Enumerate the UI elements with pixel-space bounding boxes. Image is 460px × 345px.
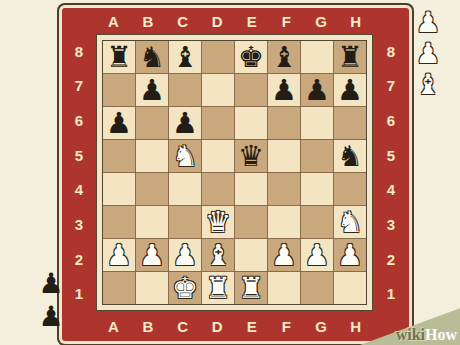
square-g4[interactable] <box>301 173 333 205</box>
piece-black-bishop[interactable]: ♝ <box>172 43 198 72</box>
square-h4[interactable] <box>334 173 366 205</box>
file-label-c: C <box>177 318 188 335</box>
captured-white-pieces-tray: ♟♟♝ <box>411 9 445 99</box>
square-h7[interactable]: ♟ <box>334 74 366 106</box>
square-f8[interactable]: ♝ <box>268 41 300 73</box>
square-e8[interactable]: ♚ <box>235 41 267 73</box>
rank-label-5: 5 <box>387 147 395 164</box>
piece-black-bishop[interactable]: ♝ <box>271 43 297 72</box>
square-e6[interactable] <box>235 107 267 139</box>
square-d5[interactable] <box>202 140 234 172</box>
rank-label-4: 4 <box>75 181 83 198</box>
square-g3[interactable] <box>301 206 333 238</box>
file-label-d: D <box>212 13 223 30</box>
square-a7[interactable] <box>103 74 135 106</box>
square-h5[interactable]: ♞ <box>334 140 366 172</box>
square-g1[interactable] <box>301 272 333 304</box>
piece-black-rook[interactable]: ♜ <box>106 43 132 72</box>
file-label-g: G <box>315 13 327 30</box>
rank-label-3: 3 <box>387 216 395 233</box>
piece-white-knight[interactable]: ♞ <box>172 142 198 171</box>
piece-black-pawn[interactable]: ♟ <box>139 76 165 105</box>
square-e4[interactable] <box>235 173 267 205</box>
square-c3[interactable] <box>169 206 201 238</box>
square-f2[interactable]: ♟ <box>268 239 300 271</box>
square-d1[interactable]: ♜ <box>202 272 234 304</box>
square-a5[interactable] <box>103 140 135 172</box>
square-g5[interactable] <box>301 140 333 172</box>
piece-black-knight[interactable]: ♞ <box>337 142 363 171</box>
square-c8[interactable]: ♝ <box>169 41 201 73</box>
piece-white-pawn[interactable]: ♟ <box>172 241 198 270</box>
square-f3[interactable] <box>268 206 300 238</box>
piece-white-bishop[interactable]: ♝ <box>205 241 231 270</box>
square-b5[interactable] <box>136 140 168 172</box>
wikihow-how-text: How <box>425 326 457 343</box>
piece-white-pawn[interactable]: ♟ <box>304 241 330 270</box>
captured-black-pawn: ♟ <box>38 303 63 331</box>
file-label-e: E <box>247 318 257 335</box>
piece-black-pawn[interactable]: ♟ <box>304 76 330 105</box>
captured-white-pawn: ♟ <box>415 9 440 37</box>
square-c6[interactable]: ♟ <box>169 107 201 139</box>
board-bevel: ♜♞♝♚♝♜♟♟♟♟♟♟♞♛♞♛♞♟♟♟♝♟♟♟♚♜♜ <box>96 34 373 311</box>
captured-black-pawn: ♟ <box>38 270 63 298</box>
square-h6[interactable] <box>334 107 366 139</box>
piece-black-queen[interactable]: ♛ <box>238 142 264 171</box>
square-e1[interactable]: ♜ <box>235 272 267 304</box>
piece-black-pawn[interactable]: ♟ <box>106 109 132 138</box>
file-labels-top: ABCDEFGH <box>96 8 373 34</box>
file-label-a: A <box>108 318 119 335</box>
square-d3[interactable]: ♛ <box>202 206 234 238</box>
wikihow-wiki-text: wiki <box>396 326 425 343</box>
square-c4[interactable] <box>169 173 201 205</box>
file-label-d: D <box>212 318 223 335</box>
square-a3[interactable] <box>103 206 135 238</box>
file-label-f: F <box>282 13 291 30</box>
square-a8[interactable]: ♜ <box>103 41 135 73</box>
board-frame: ABCDEFGH 87654321 ♜♞♝♚♝♜♟♟♟♟♟♟♞♛♞♛♞♟♟♟♝♟… <box>62 8 409 341</box>
square-g6[interactable] <box>301 107 333 139</box>
square-h3[interactable]: ♞ <box>334 206 366 238</box>
square-b1[interactable] <box>136 272 168 304</box>
file-label-a: A <box>108 13 119 30</box>
piece-black-pawn[interactable]: ♟ <box>337 76 363 105</box>
rank-labels-right: 87654321 <box>373 34 409 311</box>
piece-black-knight[interactable]: ♞ <box>139 43 165 72</box>
square-f7[interactable]: ♟ <box>268 74 300 106</box>
file-label-h: H <box>350 13 361 30</box>
piece-black-king[interactable]: ♚ <box>238 43 264 72</box>
square-c5[interactable]: ♞ <box>169 140 201 172</box>
file-label-b: B <box>143 318 154 335</box>
chess-diagram: ABCDEFGH 87654321 ♜♞♝♚♝♜♟♟♟♟♟♟♞♛♞♛♞♟♟♟♝♟… <box>0 0 460 345</box>
piece-white-king[interactable]: ♚ <box>172 274 198 303</box>
square-f4[interactable] <box>268 173 300 205</box>
square-d7[interactable] <box>202 74 234 106</box>
square-a4[interactable] <box>103 173 135 205</box>
rank-labels-left: 87654321 <box>62 34 96 311</box>
square-h8[interactable]: ♜ <box>334 41 366 73</box>
square-g7[interactable]: ♟ <box>301 74 333 106</box>
rank-label-3: 3 <box>75 216 83 233</box>
rank-label-4: 4 <box>387 181 395 198</box>
rank-label-8: 8 <box>387 43 395 60</box>
piece-white-pawn[interactable]: ♟ <box>106 241 132 270</box>
square-d6[interactable] <box>202 107 234 139</box>
rank-label-7: 7 <box>387 77 395 94</box>
file-label-h: H <box>350 318 361 335</box>
square-a6[interactable]: ♟ <box>103 107 135 139</box>
square-c1[interactable]: ♚ <box>169 272 201 304</box>
wikihow-watermark: wikiHow <box>396 327 457 343</box>
captured-white-pawn: ♟ <box>415 40 440 68</box>
square-a2[interactable]: ♟ <box>103 239 135 271</box>
file-label-g: G <box>315 318 327 335</box>
piece-white-pawn[interactable]: ♟ <box>337 241 363 270</box>
square-f1[interactable] <box>268 272 300 304</box>
square-b6[interactable] <box>136 107 168 139</box>
square-e3[interactable] <box>235 206 267 238</box>
piece-white-knight[interactable]: ♞ <box>337 208 363 237</box>
square-g2[interactable]: ♟ <box>301 239 333 271</box>
rank-label-7: 7 <box>75 77 83 94</box>
rank-label-5: 5 <box>75 147 83 164</box>
square-e2[interactable] <box>235 239 267 271</box>
piece-black-pawn[interactable]: ♟ <box>271 76 297 105</box>
rank-label-1: 1 <box>75 285 83 302</box>
square-h2[interactable]: ♟ <box>334 239 366 271</box>
square-a1[interactable] <box>103 272 135 304</box>
file-label-e: E <box>247 13 257 30</box>
rank-label-6: 6 <box>387 112 395 129</box>
file-labels-bottom: ABCDEFGH <box>96 311 373 341</box>
file-label-b: B <box>143 13 154 30</box>
piece-black-rook[interactable]: ♜ <box>337 43 363 72</box>
rank-label-8: 8 <box>75 43 83 60</box>
piece-white-pawn[interactable]: ♟ <box>271 241 297 270</box>
square-d4[interactable] <box>202 173 234 205</box>
rank-label-1: 1 <box>387 285 395 302</box>
rank-label-2: 2 <box>75 251 83 268</box>
piece-white-rook[interactable]: ♜ <box>238 274 264 303</box>
file-label-f: F <box>282 318 291 335</box>
square-b4[interactable] <box>136 173 168 205</box>
rank-label-2: 2 <box>387 251 395 268</box>
square-f6[interactable] <box>268 107 300 139</box>
square-h1[interactable] <box>334 272 366 304</box>
square-b7[interactable]: ♟ <box>136 74 168 106</box>
square-c2[interactable]: ♟ <box>169 239 201 271</box>
piece-black-pawn[interactable]: ♟ <box>172 109 198 138</box>
square-g8[interactable] <box>301 41 333 73</box>
square-f5[interactable] <box>268 140 300 172</box>
square-b8[interactable]: ♞ <box>136 41 168 73</box>
piece-white-pawn[interactable]: ♟ <box>139 241 165 270</box>
rank-label-6: 6 <box>75 112 83 129</box>
captured-white-bishop: ♝ <box>415 71 440 99</box>
piece-white-queen[interactable]: ♛ <box>205 208 231 237</box>
square-d2[interactable]: ♝ <box>202 239 234 271</box>
captured-black-pieces-tray: ♟♟ <box>35 270 67 331</box>
square-b3[interactable] <box>136 206 168 238</box>
chess-board: ♜♞♝♚♝♜♟♟♟♟♟♟♞♛♞♛♞♟♟♟♝♟♟♟♚♜♜ <box>102 40 367 305</box>
piece-white-rook[interactable]: ♜ <box>205 274 231 303</box>
square-d8[interactable] <box>202 41 234 73</box>
file-label-c: C <box>177 13 188 30</box>
square-c7[interactable] <box>169 74 201 106</box>
square-b2[interactable]: ♟ <box>136 239 168 271</box>
square-e7[interactable] <box>235 74 267 106</box>
square-e5[interactable]: ♛ <box>235 140 267 172</box>
